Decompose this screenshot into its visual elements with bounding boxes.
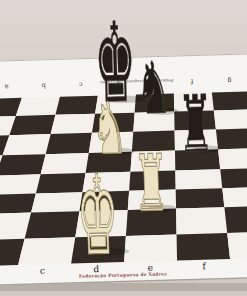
square-b5 — [0, 154, 46, 175]
file-label-near-c: c — [40, 266, 45, 276]
file-label-far-b: b — [41, 82, 45, 90]
piece-black-knight-e8: ♞ — [135, 46, 173, 131]
square-f3 — [176, 188, 225, 208]
square-g6 — [216, 128, 247, 149]
piece-white-rook-e3: ♜ — [132, 138, 169, 230]
square-c1 — [17, 237, 76, 265]
square-b3 — [0, 193, 36, 213]
square-g5 — [218, 148, 247, 169]
square-g8 — [212, 91, 247, 110]
square-b8 — [15, 97, 60, 116]
board-group: abcdefgFederação Portuguesa de Xadrezcde… — [0, 0, 247, 288]
square-b7 — [9, 115, 56, 135]
square-e1 — [123, 235, 177, 262]
piece-white-king-d1: ♚ — [75, 151, 120, 280]
piece-black-rook-f6: ♜ — [177, 78, 214, 170]
square-g4 — [220, 168, 247, 188]
file-label-far-c: c — [79, 81, 83, 89]
square-c7 — [50, 114, 95, 134]
file-label-far-g: g — [227, 76, 231, 84]
square-b4 — [0, 174, 41, 194]
square-g3 — [222, 187, 247, 207]
square-b6 — [2, 134, 51, 155]
square-g2 — [224, 206, 247, 233]
square-g1 — [227, 232, 247, 260]
square-c3 — [31, 192, 83, 212]
chessboard-photo: abcdefgFederação Portuguesa de Xadrezcde… — [0, 0, 247, 296]
board-scene: abcdefgFederação Portuguesa de Xadrezcde… — [0, 0, 247, 296]
square-c2 — [24, 211, 80, 239]
square-f1 — [176, 233, 230, 260]
square-c6 — [45, 133, 92, 154]
square-f4 — [175, 169, 222, 189]
square-f2 — [176, 207, 227, 234]
square-g7 — [214, 109, 247, 129]
file-label-far-a: a — [4, 83, 8, 91]
